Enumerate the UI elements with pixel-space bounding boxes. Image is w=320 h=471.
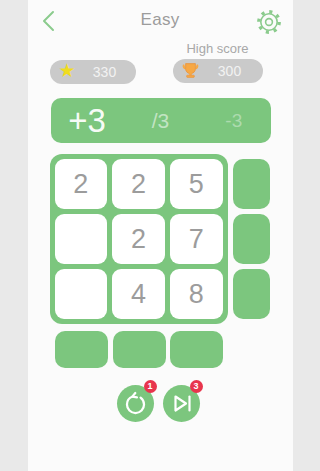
star-icon: ★ [59,59,76,83]
column-target-slot-1[interactable] [55,331,108,368]
grid-cell-r3c2[interactable]: 4 [112,269,165,319]
star-score-pill: ★ 330 [50,60,136,84]
gear-icon [254,7,284,37]
undo-button[interactable]: 1 [117,385,154,422]
grid-cell-r3c1[interactable] [55,269,108,319]
settings-button[interactable] [254,7,284,37]
grid-cell-r2c2[interactable]: 2 [112,214,165,264]
grid-cell-r1c2[interactable]: 2 [112,159,165,209]
operation-next: /3 [124,98,197,143]
grid-cell-r2c3[interactable]: 7 [170,214,223,264]
grid-cell-r2c1[interactable] [55,214,108,264]
row-target-slot-3[interactable] [233,269,270,319]
column-target-slot-2[interactable] [113,331,166,368]
trophy-icon [182,62,199,79]
row-target-slot-1[interactable] [233,159,270,209]
grid-cell-r3c3[interactable]: 8 [170,269,223,319]
grid-cell-r1c1[interactable]: 2 [55,159,108,209]
undo-count-badge: 1 [144,380,157,393]
skip-count-badge: 3 [190,380,203,393]
operation-current: +3 [51,98,124,143]
operation-later: -3 [197,98,270,143]
row-target-slot-2[interactable] [233,214,270,264]
puzzle-grid: 2 2 5 2 7 4 8 [50,154,228,324]
grid-cell-r1c3[interactable]: 5 [170,159,223,209]
high-score-label: High score [173,41,263,56]
high-score-pill: 300 [173,59,263,83]
skip-button[interactable]: 3 [163,385,200,422]
star-score-value: 330 [82,60,128,84]
operations-banner: +3 /3 -3 [51,98,271,143]
high-score-value: 300 [205,59,255,83]
column-target-slot-3[interactable] [170,331,223,368]
game-screen: Easy High score ★ 330 300 +3 /3 -3 2 2 5 [28,0,293,471]
